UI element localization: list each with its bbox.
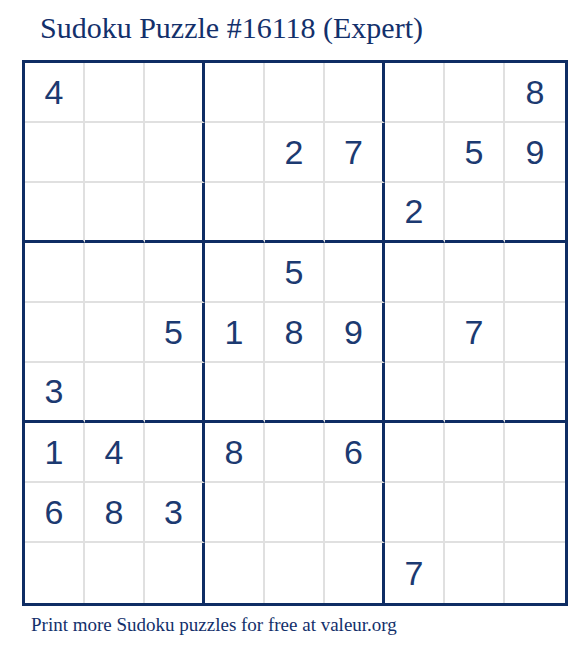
cell-r3c8-empty	[445, 183, 505, 243]
cell-r6c2-empty	[85, 363, 145, 423]
cell-r2c7-empty	[385, 123, 445, 183]
sudoku-board: 4827592551897314866837	[22, 60, 568, 606]
cell-r6c8-empty	[445, 363, 505, 423]
cell-r4c2-empty	[85, 243, 145, 303]
cell-r5c2-empty	[85, 303, 145, 363]
cell-r1c2-empty	[85, 63, 145, 123]
cell-r1c9-given: 8	[505, 63, 565, 123]
cell-r3c4-empty	[205, 183, 265, 243]
cell-r1c4-empty	[205, 63, 265, 123]
cell-r8c1-given: 6	[25, 483, 85, 543]
cell-r8c2-given: 8	[85, 483, 145, 543]
cell-r2c2-empty	[85, 123, 145, 183]
cell-r9c5-empty	[265, 543, 325, 603]
cell-r7c2-given: 4	[85, 423, 145, 483]
cell-r6c1-given: 3	[25, 363, 85, 423]
footer-text: Print more Sudoku puzzles for free at va…	[31, 614, 397, 636]
cell-r1c8-empty	[445, 63, 505, 123]
cell-r5c8-given: 7	[445, 303, 505, 363]
cell-r2c3-empty	[145, 123, 205, 183]
cell-r3c3-empty	[145, 183, 205, 243]
cell-r6c5-empty	[265, 363, 325, 423]
cell-r9c8-empty	[445, 543, 505, 603]
cell-r2c4-empty	[205, 123, 265, 183]
cell-r6c7-empty	[385, 363, 445, 423]
cell-r4c8-empty	[445, 243, 505, 303]
cell-r5c3-given: 5	[145, 303, 205, 363]
cell-r6c6-empty	[325, 363, 385, 423]
cell-r1c7-empty	[385, 63, 445, 123]
cell-r2c5-given: 2	[265, 123, 325, 183]
cell-r8c8-empty	[445, 483, 505, 543]
cell-r9c4-empty	[205, 543, 265, 603]
cell-r7c7-empty	[385, 423, 445, 483]
cell-r7c1-given: 1	[25, 423, 85, 483]
cell-r4c4-empty	[205, 243, 265, 303]
cell-r3c9-empty	[505, 183, 565, 243]
cell-r9c3-empty	[145, 543, 205, 603]
cell-r4c9-empty	[505, 243, 565, 303]
cell-r3c7-given: 2	[385, 183, 445, 243]
cell-r5c4-given: 1	[205, 303, 265, 363]
cell-r8c4-empty	[205, 483, 265, 543]
cell-r3c2-empty	[85, 183, 145, 243]
cell-r2c9-given: 9	[505, 123, 565, 183]
cell-r5c9-empty	[505, 303, 565, 363]
cell-r9c6-empty	[325, 543, 385, 603]
cell-r6c4-empty	[205, 363, 265, 423]
cell-r3c6-empty	[325, 183, 385, 243]
cell-r7c9-empty	[505, 423, 565, 483]
cell-r9c7-given: 7	[385, 543, 445, 603]
cell-r8c7-empty	[385, 483, 445, 543]
cell-r5c5-given: 8	[265, 303, 325, 363]
cell-r1c5-empty	[265, 63, 325, 123]
cell-r4c5-given: 5	[265, 243, 325, 303]
cell-r6c9-empty	[505, 363, 565, 423]
cell-r8c6-empty	[325, 483, 385, 543]
cell-r4c7-empty	[385, 243, 445, 303]
cell-r5c6-given: 9	[325, 303, 385, 363]
cell-r5c1-empty	[25, 303, 85, 363]
cell-r1c6-empty	[325, 63, 385, 123]
cell-r4c6-empty	[325, 243, 385, 303]
cell-r4c1-empty	[25, 243, 85, 303]
cell-r5c7-empty	[385, 303, 445, 363]
cell-r2c6-given: 7	[325, 123, 385, 183]
cell-r3c5-empty	[265, 183, 325, 243]
cell-r1c1-given: 4	[25, 63, 85, 123]
cell-r2c1-empty	[25, 123, 85, 183]
cell-r7c4-given: 8	[205, 423, 265, 483]
page: Sudoku Puzzle #16118 (Expert) 4827592551…	[0, 0, 580, 651]
cell-r9c9-empty	[505, 543, 565, 603]
cell-r7c8-empty	[445, 423, 505, 483]
cell-r1c3-empty	[145, 63, 205, 123]
cell-r8c3-given: 3	[145, 483, 205, 543]
cell-r7c6-given: 6	[325, 423, 385, 483]
cell-r3c1-empty	[25, 183, 85, 243]
cell-r8c9-empty	[505, 483, 565, 543]
cell-r2c8-given: 5	[445, 123, 505, 183]
cell-r9c1-empty	[25, 543, 85, 603]
cell-r4c3-empty	[145, 243, 205, 303]
cell-r8c5-empty	[265, 483, 325, 543]
cell-r7c5-empty	[265, 423, 325, 483]
cell-r9c2-empty	[85, 543, 145, 603]
page-title: Sudoku Puzzle #16118 (Expert)	[40, 11, 423, 45]
cell-r6c3-empty	[145, 363, 205, 423]
cell-r7c3-empty	[145, 423, 205, 483]
